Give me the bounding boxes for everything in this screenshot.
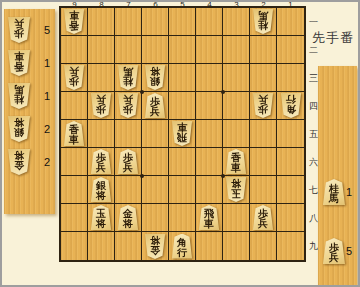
square-2四[interactable]: 歩兵 [250, 92, 277, 120]
piece-kanji: 歩 [258, 104, 268, 114]
square-5九[interactable]: 角行 [169, 232, 196, 260]
piece-face: 金将 [144, 234, 166, 259]
piece-kanji: 兵 [123, 94, 133, 104]
piece-kanji: 将 [150, 66, 160, 76]
piece-kanji: 車 [177, 122, 187, 132]
piece-kanji: 香 [14, 61, 24, 71]
square-1五[interactable] [277, 120, 304, 148]
piece-face: 香車 [63, 121, 85, 146]
piece-face: 銀将 [144, 65, 166, 90]
gote-piece-歩兵[interactable]: 歩兵 [90, 93, 112, 118]
piece-kanji: 角 [177, 238, 187, 248]
square-5一[interactable] [169, 8, 196, 36]
gote-piece-歩兵[interactable]: 歩兵 [117, 93, 139, 118]
piece-kanji: 桂 [14, 94, 24, 104]
piece-face: 歩兵 [117, 149, 139, 174]
square-1八[interactable] [277, 204, 304, 232]
gote-piece-歩兵[interactable]: 歩兵 [252, 93, 274, 118]
piece-kanji: 将 [96, 219, 106, 229]
gote-piece-歩兵[interactable]: 歩兵 [7, 17, 31, 43]
hand-count: 1 [346, 186, 357, 198]
piece-kanji: 将 [96, 191, 106, 201]
piece-kanji: 馬 [329, 194, 339, 204]
piece-kanji: 車 [231, 163, 241, 173]
square-1二[interactable] [277, 36, 304, 64]
piece-face: 飛車 [171, 121, 193, 146]
turn-indicator: 先手番 [312, 29, 360, 47]
sente-piece-歩兵[interactable]: 歩兵 [117, 149, 139, 174]
hand-count: 5 [44, 24, 55, 36]
gote-hand-entry-香車: 香車1 [4, 46, 55, 79]
sente-piece-歩兵[interactable]: 歩兵 [144, 93, 166, 118]
sente-hand-tray: 桂馬1歩兵5 [318, 66, 357, 287]
gote-piece-角行[interactable]: 角行 [280, 93, 302, 118]
star-point [221, 90, 225, 94]
square-9八[interactable] [61, 204, 88, 232]
square-7二[interactable] [115, 36, 142, 64]
piece-face: 玉将 [90, 205, 112, 230]
piece-kanji: 馬 [14, 84, 24, 94]
piece-kanji: 桂 [123, 76, 133, 86]
square-7三[interactable]: 桂馬 [115, 64, 142, 92]
sente-piece-香車[interactable]: 香車 [63, 121, 85, 146]
piece-kanji: 将 [14, 117, 24, 127]
square-7九[interactable] [115, 232, 142, 260]
square-4一[interactable] [196, 8, 223, 36]
piece-face: 歩兵 [144, 93, 166, 118]
hand-count: 2 [44, 156, 55, 168]
gote-piece-香車[interactable]: 香車 [63, 9, 85, 34]
square-3七[interactable]: 玉将 [223, 176, 250, 204]
square-8二[interactable] [88, 36, 115, 64]
piece-kanji: 飛 [177, 132, 187, 142]
piece-kanji: 将 [150, 235, 160, 245]
piece-face: 歩兵 [7, 17, 31, 43]
gote-piece-飛車[interactable]: 飛車 [171, 121, 193, 146]
square-4四[interactable] [196, 92, 223, 120]
piece-kanji: 兵 [96, 94, 106, 104]
piece-kanji: 行 [177, 248, 187, 258]
piece-kanji: 金 [14, 160, 24, 170]
square-3五[interactable] [223, 120, 250, 148]
sente-piece-銀将[interactable]: 銀将 [90, 177, 112, 202]
piece-face: 玉将 [225, 177, 247, 202]
piece-kanji: 兵 [96, 163, 106, 173]
piece-kanji: 兵 [329, 253, 339, 263]
square-7五[interactable] [115, 120, 142, 148]
square-2一[interactable]: 桂馬 [250, 8, 277, 36]
square-3一[interactable] [223, 8, 250, 36]
sente-hand-entry-歩兵: 歩兵5 [319, 237, 357, 265]
hand-count: 1 [44, 90, 55, 102]
piece-face: 桂馬 [252, 9, 274, 34]
sente-piece-歩兵[interactable]: 歩兵 [252, 205, 274, 230]
gote-piece-金将[interactable]: 金将 [7, 149, 31, 175]
piece-face: 香車 [7, 50, 31, 76]
piece-kanji: 将 [231, 178, 241, 188]
piece-face: 歩兵 [63, 65, 85, 90]
square-5三[interactable] [169, 64, 196, 92]
gote-hand-entry-金将: 金将2 [4, 145, 55, 178]
piece-kanji: 車 [204, 219, 214, 229]
piece-kanji: 兵 [258, 94, 268, 104]
piece-kanji: 銀 [14, 127, 24, 137]
square-3三[interactable] [223, 64, 250, 92]
square-5二[interactable] [169, 36, 196, 64]
piece-kanji: 行 [286, 94, 296, 104]
square-9二[interactable] [61, 36, 88, 64]
square-7七[interactable] [115, 176, 142, 204]
piece-face: 桂馬 [7, 83, 31, 109]
gote-hand-entry-銀将: 銀将2 [4, 112, 55, 145]
square-1一[interactable] [277, 8, 304, 36]
square-3四[interactable] [223, 92, 250, 120]
square-6六[interactable] [142, 148, 169, 176]
piece-kanji: 馬 [123, 66, 133, 76]
square-2六[interactable] [250, 148, 277, 176]
square-8四[interactable]: 歩兵 [88, 92, 115, 120]
square-3六[interactable]: 香車 [223, 148, 250, 176]
piece-kanji: 兵 [14, 18, 24, 28]
gote-piece-銀将[interactable]: 銀将 [7, 116, 31, 142]
sente-piece-角行[interactable]: 角行 [171, 234, 193, 259]
piece-kanji: 兵 [258, 219, 268, 229]
piece-face: 歩兵 [252, 205, 274, 230]
square-7一[interactable] [115, 8, 142, 36]
square-9七[interactable] [61, 176, 88, 204]
square-3八[interactable] [223, 204, 250, 232]
square-4七[interactable] [196, 176, 223, 204]
piece-face: 飛車 [198, 205, 220, 230]
square-1三[interactable] [277, 64, 304, 92]
gote-piece-桂馬[interactable]: 桂馬 [7, 83, 31, 109]
piece-kanji: 車 [14, 51, 24, 61]
hand-count: 2 [44, 123, 55, 135]
square-8五[interactable] [88, 120, 115, 148]
square-3九[interactable] [223, 232, 250, 260]
square-8一[interactable] [88, 8, 115, 36]
piece-kanji: 馬 [258, 10, 268, 20]
square-7八[interactable]: 金将 [115, 204, 142, 232]
square-5五[interactable]: 飛車 [169, 120, 196, 148]
gote-piece-桂馬[interactable]: 桂馬 [117, 65, 139, 90]
piece-kanji: 桂 [258, 20, 268, 30]
sente-piece-飛車[interactable]: 飛車 [198, 205, 220, 230]
square-5六[interactable] [169, 148, 196, 176]
piece-kanji: 歩 [96, 104, 106, 114]
square-9五[interactable]: 香車 [61, 120, 88, 148]
square-9九[interactable] [61, 232, 88, 260]
piece-face: 香車 [63, 9, 85, 34]
square-1四[interactable]: 角行 [277, 92, 304, 120]
piece-kanji: 将 [123, 219, 133, 229]
gote-piece-桂馬[interactable]: 桂馬 [252, 9, 274, 34]
piece-kanji: 将 [14, 150, 24, 160]
piece-face: 金将 [7, 149, 31, 175]
sente-hand-entry-桂馬: 桂馬1 [319, 178, 357, 206]
piece-face: 歩兵 [252, 93, 274, 118]
sente-piece-玉将[interactable]: 玉将 [90, 205, 112, 230]
gote-piece-玉将[interactable]: 玉将 [225, 177, 247, 202]
square-4八[interactable]: 飛車 [196, 204, 223, 232]
square-5四[interactable] [169, 92, 196, 120]
gote-hand-tray: 歩兵5香車1桂馬1銀将2金将2 [4, 9, 55, 214]
piece-face: 香車 [225, 149, 247, 174]
square-9四[interactable] [61, 92, 88, 120]
square-8三[interactable] [88, 64, 115, 92]
piece-kanji: 兵 [69, 66, 79, 76]
piece-kanji: 車 [69, 135, 79, 145]
piece-kanji: 歩 [69, 76, 79, 86]
sente-piece-歩兵[interactable]: 歩兵 [90, 149, 112, 174]
piece-kanji: 玉 [231, 188, 241, 198]
gote-piece-金将[interactable]: 金将 [144, 234, 166, 259]
square-7六[interactable]: 歩兵 [115, 148, 142, 176]
square-8八[interactable]: 玉将 [88, 204, 115, 232]
square-9一[interactable]: 香車 [61, 8, 88, 36]
piece-face: 金将 [117, 205, 139, 230]
square-7四[interactable]: 歩兵 [115, 92, 142, 120]
square-2七[interactable] [250, 176, 277, 204]
square-6七[interactable] [142, 176, 169, 204]
piece-kanji: 銀 [150, 76, 160, 86]
gote-hand-entry-歩兵: 歩兵5 [4, 13, 55, 46]
square-4二[interactable] [196, 36, 223, 64]
gote-piece-銀将[interactable]: 銀将 [144, 65, 166, 90]
square-9三[interactable]: 歩兵 [61, 64, 88, 92]
piece-face: 歩兵 [117, 93, 139, 118]
square-6九[interactable]: 金将 [142, 232, 169, 260]
square-8六[interactable]: 歩兵 [88, 148, 115, 176]
piece-face: 角行 [171, 234, 193, 259]
square-6二[interactable] [142, 36, 169, 64]
piece-face: 角行 [280, 93, 302, 118]
piece-kanji: 歩 [14, 28, 24, 38]
piece-kanji: 歩 [123, 104, 133, 114]
sente-piece-桂馬[interactable]: 桂馬 [322, 179, 346, 205]
square-1九[interactable] [277, 232, 304, 260]
square-3二[interactable] [223, 36, 250, 64]
square-4五[interactable] [196, 120, 223, 148]
piece-kanji: 兵 [150, 107, 160, 117]
sente-piece-香車[interactable]: 香車 [225, 149, 247, 174]
piece-face: 歩兵 [90, 149, 112, 174]
square-4九[interactable] [196, 232, 223, 260]
square-2八[interactable]: 歩兵 [250, 204, 277, 232]
square-8七[interactable]: 銀将 [88, 176, 115, 204]
board-grid: 香車桂馬歩兵桂馬銀将歩兵歩兵歩兵歩兵角行香車飛車歩兵歩兵香車銀将玉将玉将金将飛車… [59, 6, 306, 262]
square-4六[interactable] [196, 148, 223, 176]
square-1六[interactable] [277, 148, 304, 176]
hand-count: 1 [44, 57, 55, 69]
square-6五[interactable] [142, 120, 169, 148]
piece-kanji: 車 [69, 10, 79, 20]
square-5八[interactable] [169, 204, 196, 232]
shogi-diagram: 歩兵5香車1桂馬1銀将2金将2 987654321 香車桂馬歩兵桂馬銀将歩兵歩兵… [0, 0, 360, 287]
hand-count: 5 [346, 245, 357, 257]
square-2九[interactable] [250, 232, 277, 260]
gote-hand-entry-桂馬: 桂馬1 [4, 79, 55, 112]
piece-kanji: 角 [286, 104, 296, 114]
gote-piece-歩兵[interactable]: 歩兵 [63, 65, 85, 90]
piece-face: 銀将 [7, 116, 31, 142]
square-2二[interactable] [250, 36, 277, 64]
square-8九[interactable] [88, 232, 115, 260]
square-2五[interactable] [250, 120, 277, 148]
piece-face: 歩兵 [90, 93, 112, 118]
piece-face: 歩兵 [322, 238, 346, 264]
square-4三[interactable] [196, 64, 223, 92]
square-6三[interactable]: 銀将 [142, 64, 169, 92]
square-9六[interactable] [61, 148, 88, 176]
square-1七[interactable] [277, 176, 304, 204]
piece-face: 銀将 [90, 177, 112, 202]
piece-kanji: 香 [69, 20, 79, 30]
square-6四[interactable]: 歩兵 [142, 92, 169, 120]
piece-kanji: 金 [150, 245, 160, 255]
piece-face: 桂馬 [117, 65, 139, 90]
gote-piece-香車[interactable]: 香車 [7, 50, 31, 76]
square-6八[interactable] [142, 204, 169, 232]
square-5七[interactable] [169, 176, 196, 204]
star-point [140, 174, 144, 178]
piece-kanji: 兵 [123, 163, 133, 173]
sente-piece-歩兵[interactable]: 歩兵 [322, 238, 346, 264]
piece-face: 桂馬 [322, 179, 346, 205]
square-2三[interactable] [250, 64, 277, 92]
sente-piece-金将[interactable]: 金将 [117, 205, 139, 230]
square-6一[interactable] [142, 8, 169, 36]
